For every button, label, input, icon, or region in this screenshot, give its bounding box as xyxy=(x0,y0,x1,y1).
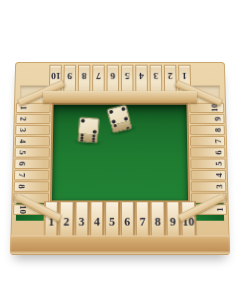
tile-south-6[interactable]: 6 xyxy=(121,201,134,236)
tile-south-8[interactable]: 8 xyxy=(151,201,165,236)
die-2[interactable] xyxy=(107,105,133,134)
tile-number: 2 xyxy=(168,71,173,80)
tile-south-3[interactable]: 3 xyxy=(75,201,89,236)
top-rail-beam xyxy=(43,91,197,103)
shut-the-box-board: 10987654321 12345678910 10987654321 1234… xyxy=(10,62,230,255)
tile-number: 8 xyxy=(155,216,161,228)
tile-number: 4 xyxy=(214,173,223,177)
tile-number: 1 xyxy=(18,106,27,110)
tile-number: 9 xyxy=(67,71,72,80)
tile-number: 5 xyxy=(214,162,223,166)
tile-east-7[interactable]: 7 xyxy=(190,136,225,146)
tile-north-3[interactable]: 3 xyxy=(150,65,163,93)
tile-west-4[interactable]: 4 xyxy=(15,136,50,146)
tile-east-5[interactable]: 5 xyxy=(190,159,225,169)
tile-number: 4 xyxy=(139,71,144,80)
tile-number: 3 xyxy=(215,184,224,188)
tile-number: 4 xyxy=(94,216,100,228)
tile-north-8[interactable]: 8 xyxy=(78,65,91,93)
tile-number: 3 xyxy=(79,216,85,228)
die-pip xyxy=(92,140,95,143)
die-pip xyxy=(92,130,96,134)
tile-south-2[interactable]: 2 xyxy=(60,201,74,236)
tile-number: 8 xyxy=(82,71,87,80)
tile-west-5[interactable]: 5 xyxy=(15,147,50,157)
tile-east-6[interactable]: 6 xyxy=(190,147,225,157)
die-front-face xyxy=(77,134,98,144)
tile-number: 6 xyxy=(17,162,26,166)
tile-east-8[interactable]: 8 xyxy=(190,125,225,135)
tile-number: 2 xyxy=(18,117,27,121)
die-pip xyxy=(80,139,83,142)
tile-east-3[interactable]: 3 xyxy=(191,181,227,192)
rail-top: 10987654321 xyxy=(49,65,191,93)
die-pip xyxy=(113,124,116,127)
front-apron xyxy=(10,235,230,255)
rail-bottom: 12345678910 xyxy=(43,201,196,236)
tile-number: 7 xyxy=(139,216,145,228)
die-1[interactable] xyxy=(77,117,99,143)
rail-right: 10987654321 xyxy=(189,103,226,203)
tile-number: 3 xyxy=(153,71,158,80)
tile-number: 10 xyxy=(18,205,27,214)
tile-north-4[interactable]: 4 xyxy=(135,65,148,93)
tile-number: 5 xyxy=(125,71,130,80)
tile-west-2[interactable]: 2 xyxy=(15,114,50,124)
tile-south-5[interactable]: 5 xyxy=(105,201,118,236)
tile-north-7[interactable]: 7 xyxy=(92,65,105,93)
tile-north-5[interactable]: 5 xyxy=(121,65,133,93)
tile-west-8[interactable]: 8 xyxy=(14,181,50,192)
tile-number: 5 xyxy=(109,216,115,228)
die-pip xyxy=(121,107,126,111)
tile-number: 9 xyxy=(213,117,222,121)
inner-well xyxy=(50,103,190,203)
photo-canvas: 10987654321 12345678910 10987654321 1234… xyxy=(0,0,240,300)
die-pip xyxy=(81,119,85,123)
tile-number: 6 xyxy=(214,150,223,154)
tile-east-9[interactable]: 9 xyxy=(190,114,225,124)
tile-number: 7 xyxy=(17,173,26,177)
tile-number: 4 xyxy=(18,139,27,143)
die-pip xyxy=(109,109,114,113)
tile-number: 5 xyxy=(17,150,26,154)
tile-north-2[interactable]: 2 xyxy=(164,65,177,93)
tile-number: 10 xyxy=(51,71,61,80)
tile-west-6[interactable]: 6 xyxy=(14,159,49,169)
tile-number: 8 xyxy=(16,184,25,188)
tile-number: 7 xyxy=(96,71,101,80)
tile-number: 6 xyxy=(110,71,115,80)
tile-number: 3 xyxy=(18,128,27,132)
tile-number: 9 xyxy=(170,216,176,228)
tile-number: 1 xyxy=(215,207,224,211)
tile-number: 6 xyxy=(124,216,130,228)
tile-number: 1 xyxy=(182,71,187,80)
tile-south-7[interactable]: 7 xyxy=(136,201,149,236)
tile-south-9[interactable]: 9 xyxy=(166,201,180,236)
tile-number: 7 xyxy=(214,139,223,143)
tile-number: 2 xyxy=(63,216,69,228)
tile-west-3[interactable]: 3 xyxy=(15,125,50,135)
tile-north-9[interactable]: 9 xyxy=(63,65,76,93)
tile-number: 8 xyxy=(213,128,222,132)
tile-south-4[interactable]: 4 xyxy=(90,201,103,236)
tile-north-6[interactable]: 6 xyxy=(107,65,119,93)
tile-west-7[interactable]: 7 xyxy=(14,170,50,180)
die-pip xyxy=(126,126,129,129)
tile-east-4[interactable]: 4 xyxy=(191,170,227,180)
felt-playing-surface xyxy=(52,105,188,201)
rail-left: 12345678910 xyxy=(13,103,50,203)
